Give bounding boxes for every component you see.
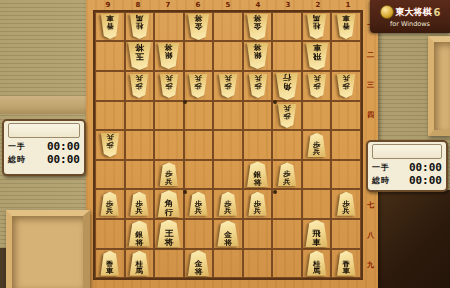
file-label-1: 1 — [333, 0, 363, 10]
piece-face: 歩兵 — [307, 74, 327, 98]
piece-kanji: 将 — [224, 238, 232, 245]
piece-kanji: 将 — [254, 45, 262, 52]
piece-kanji: 兵 — [106, 208, 114, 215]
piece-face: 金将 — [187, 14, 210, 40]
piece-face: 銀将 — [246, 43, 269, 69]
piece-knight-gote[interactable]: 桂馬 — [306, 14, 327, 39]
piece-face: 銀将 — [157, 43, 180, 69]
piece-kanji: 兵 — [165, 178, 173, 185]
piece-kanji: 銀 — [165, 53, 173, 60]
gote-total-time: 00:00 — [409, 174, 442, 187]
gote-clock-panel: 一手 00:00 総時 00:00 — [366, 140, 448, 192]
piece-pawn-sente[interactable]: 歩兵 — [277, 162, 297, 186]
piece-kanji: 兵 — [195, 208, 203, 215]
piece-face: 歩兵 — [277, 162, 297, 186]
piece-face: 歩兵 — [100, 133, 120, 157]
board-cell-1三[interactable]: 歩兵 — [331, 71, 361, 100]
piece-kanji: 兵 — [165, 75, 173, 82]
piece-face: 歩兵 — [336, 74, 356, 98]
sente-move-time-label: 一手 — [8, 141, 26, 152]
piece-face: 歩兵 — [336, 192, 356, 216]
hoshi-star-point — [273, 100, 277, 104]
piece-pawn-sente[interactable]: 歩兵 — [218, 192, 238, 216]
shogi-app-window: 987654321 香車桂馬金将金将桂馬香車玉将銀将銀将飛車歩兵歩兵歩兵歩兵歩兵… — [0, 0, 450, 288]
piece-bishop-gote[interactable]: 角行 — [275, 73, 299, 100]
piece-face: 金将 — [216, 221, 239, 247]
piece-pawn-gote[interactable]: 歩兵 — [159, 74, 179, 98]
board-cell-6五[interactable] — [184, 130, 214, 159]
piece-gold-gote[interactable]: 金将 — [187, 14, 210, 40]
piece-kanji: 兵 — [342, 208, 350, 215]
piece-kanji: 車 — [312, 238, 321, 246]
board-cell-3四[interactable]: 歩兵 — [272, 101, 302, 130]
piece-king-gote[interactable]: 玉将 — [127, 42, 152, 70]
board-cell-8七[interactable]: 歩兵 — [125, 189, 155, 218]
gote-name-field[interactable] — [372, 144, 442, 159]
piece-kanji: 車 — [106, 268, 114, 275]
piece-face: 飛車 — [305, 43, 329, 70]
piece-kanji: 兵 — [224, 75, 232, 82]
wood-beam — [0, 96, 90, 114]
piece-face: 桂馬 — [306, 14, 327, 39]
piece-kanji: 馬 — [313, 268, 321, 275]
piece-kanji: 玉 — [135, 53, 144, 61]
piece-kanji: 将 — [194, 268, 202, 275]
piece-kanji: 馬 — [313, 16, 321, 23]
board-cell-6二[interactable] — [184, 41, 214, 71]
piece-kanji: 兵 — [195, 75, 203, 82]
piece-lance-sente[interactable]: 香車 — [100, 251, 120, 276]
piece-kanji: 兵 — [313, 75, 321, 82]
piece-knight-sente[interactable]: 桂馬 — [129, 251, 150, 276]
board-cell-4一[interactable]: 金将 — [243, 12, 273, 41]
piece-face: 香車 — [100, 251, 120, 276]
piece-kanji: 桂 — [136, 23, 144, 30]
piece-kanji: 歩 — [195, 83, 203, 90]
board-cell-5五[interactable] — [213, 130, 243, 159]
board-cell-1五[interactable] — [331, 130, 361, 159]
piece-face: 銀将 — [128, 221, 151, 247]
piece-kanji: 兵 — [342, 75, 350, 82]
sente-move-time: 00:00 — [47, 140, 80, 153]
board-cell-7五[interactable] — [154, 130, 184, 159]
board-cell-8八[interactable]: 銀将 — [125, 219, 155, 249]
piece-kanji: 歩 — [165, 83, 173, 90]
piece-kanji: 馬 — [136, 268, 144, 275]
piece-face: 歩兵 — [188, 74, 208, 98]
piece-face: 歩兵 — [307, 133, 327, 157]
piece-kanji: 歩 — [106, 142, 114, 149]
piece-king-sente[interactable]: 王将 — [156, 220, 181, 248]
piece-kanji: 歩 — [224, 83, 232, 90]
file-label-5: 5 — [213, 0, 243, 10]
board-cell-8五[interactable] — [125, 130, 155, 159]
board-cell-6七[interactable]: 歩兵 — [184, 189, 214, 218]
sente-clock-panel: 一手 00:00 総時 00:00 — [2, 119, 86, 176]
file-label-4: 4 — [243, 0, 273, 10]
board-cell-3二[interactable] — [272, 41, 302, 71]
gote-piece-stand[interactable] — [428, 36, 450, 136]
rank-label-9: 九 — [364, 250, 377, 280]
piece-kanji: 将 — [135, 238, 143, 245]
file-label-3: 3 — [273, 0, 303, 10]
board-cell-4六[interactable]: 銀将 — [243, 160, 273, 189]
board-cell-5八[interactable]: 金将 — [213, 219, 243, 249]
piece-kanji: 金 — [254, 23, 262, 30]
piece-kanji: 兵 — [136, 208, 144, 215]
piece-face: 香車 — [100, 14, 120, 39]
board-cell-2九[interactable]: 桂馬 — [302, 249, 332, 278]
piece-kanji: 兵 — [313, 149, 321, 156]
sente-total-time-label: 総時 — [8, 154, 26, 165]
piece-pawn-gote[interactable]: 歩兵 — [100, 133, 120, 157]
board-cell-1二[interactable] — [331, 41, 361, 71]
piece-kanji: 角 — [165, 200, 174, 208]
piece-kanji: 将 — [254, 179, 262, 186]
piece-kanji: 将 — [194, 15, 202, 22]
file-label-7: 7 — [153, 0, 183, 10]
board-cell-2四[interactable] — [302, 101, 332, 130]
piece-kanji: 兵 — [224, 208, 232, 215]
board-cell-7九[interactable] — [154, 249, 184, 278]
board-cell-2三[interactable]: 歩兵 — [302, 71, 332, 100]
piece-pawn-gote[interactable]: 歩兵 — [248, 74, 268, 98]
piece-pawn-sente[interactable]: 歩兵 — [307, 133, 327, 157]
piece-face: 歩兵 — [129, 192, 149, 216]
board-cell-3三[interactable]: 角行 — [272, 71, 302, 100]
board-cell-4五[interactable] — [243, 130, 273, 159]
board-cell-2五[interactable]: 歩兵 — [302, 130, 332, 159]
rank-label-3: 三 — [364, 70, 377, 100]
file-label-2: 2 — [303, 0, 333, 10]
piece-face: 桂馬 — [129, 14, 150, 39]
piece-gold-sente[interactable]: 金将 — [216, 221, 239, 247]
board-cell-9八[interactable] — [95, 219, 125, 249]
piece-face: 香車 — [336, 14, 356, 39]
board-cell-4四[interactable] — [243, 101, 273, 130]
gote-total-time-label: 総時 — [372, 175, 390, 186]
board-cell-7七[interactable]: 角行 — [154, 189, 184, 218]
piece-pawn-sente[interactable]: 歩兵 — [336, 192, 356, 216]
board-cell-6一[interactable]: 金将 — [184, 12, 214, 41]
board-cell-8一[interactable]: 桂馬 — [125, 12, 155, 41]
piece-knight-sente[interactable]: 桂馬 — [306, 251, 327, 276]
piece-face: 香車 — [336, 251, 356, 276]
rank-label-7: 七 — [364, 190, 377, 220]
board-cell-5三[interactable]: 歩兵 — [213, 71, 243, 100]
file-label-9: 9 — [93, 0, 123, 10]
gote-move-time: 00:00 — [409, 161, 442, 174]
piece-kanji: 車 — [106, 16, 114, 23]
board-cell-4二[interactable]: 銀将 — [243, 41, 273, 71]
board-cell-9三[interactable] — [95, 71, 125, 100]
piece-face: 歩兵 — [218, 74, 238, 98]
board-cell-5七[interactable]: 歩兵 — [213, 189, 243, 218]
board-cell-3一[interactable] — [272, 12, 302, 41]
piece-kanji: 歩 — [283, 112, 291, 119]
piece-kanji: 馬 — [136, 16, 144, 23]
board-cell-4九[interactable] — [243, 249, 273, 278]
piece-face: 王将 — [156, 220, 181, 248]
board-cell-5二[interactable] — [213, 41, 243, 71]
piece-face: 金将 — [187, 250, 210, 276]
piece-kanji: 王 — [164, 229, 173, 237]
board-cell-9四[interactable] — [95, 101, 125, 130]
board-cell-3五[interactable] — [272, 130, 302, 159]
piece-face: 飛車 — [305, 220, 329, 247]
board-cell-2八[interactable]: 飛車 — [302, 219, 332, 249]
hoshi-star-point — [183, 100, 187, 104]
logo-emblem-icon — [380, 5, 394, 19]
board-cell-7三[interactable]: 歩兵 — [154, 71, 184, 100]
piece-kanji: 兵 — [283, 178, 291, 185]
board-cell-1九[interactable]: 香車 — [331, 249, 361, 278]
piece-kanji: 金 — [194, 23, 202, 30]
board-cell-1六[interactable] — [331, 160, 361, 189]
piece-face: 歩兵 — [188, 192, 208, 216]
sente-total-time: 00:00 — [47, 153, 80, 166]
piece-face: 歩兵 — [218, 192, 238, 216]
rank-label-8: 八 — [364, 220, 377, 250]
board-cell-7二[interactable]: 銀将 — [154, 41, 184, 71]
piece-kanji: 車 — [342, 16, 350, 23]
board-cell-9五[interactable]: 歩兵 — [95, 130, 125, 159]
board-cell-8六[interactable] — [125, 160, 155, 189]
board-cell-8三[interactable]: 歩兵 — [125, 71, 155, 100]
piece-pawn-sente[interactable]: 歩兵 — [100, 192, 120, 216]
piece-kanji: 行 — [165, 208, 174, 216]
board-cell-4七[interactable]: 歩兵 — [243, 189, 273, 218]
hoshi-star-point — [273, 190, 277, 194]
board-cell-7一[interactable] — [154, 12, 184, 41]
piece-face: 角行 — [275, 73, 299, 100]
piece-face: 角行 — [157, 190, 181, 217]
piece-kanji: 兵 — [254, 75, 262, 82]
board-cell-3六[interactable]: 歩兵 — [272, 160, 302, 189]
board-cell-8二[interactable]: 玉将 — [125, 41, 155, 71]
logo-title: 東大将棋 — [396, 6, 432, 19]
piece-kanji: 将 — [164, 238, 173, 246]
piece-pawn-sente[interactable]: 歩兵 — [248, 192, 268, 216]
piece-pawn-gote[interactable]: 歩兵 — [307, 74, 327, 98]
board-cell-3七[interactable] — [272, 189, 302, 218]
piece-kanji: 兵 — [283, 105, 291, 112]
piece-pawn-gote[interactable]: 歩兵 — [218, 74, 238, 98]
piece-face: 歩兵 — [129, 74, 149, 98]
piece-face: 桂馬 — [306, 251, 327, 276]
board-grid[interactable]: 香車桂馬金将金将桂馬香車玉将銀将銀将飛車歩兵歩兵歩兵歩兵歩兵角行歩兵歩兵歩兵歩兵… — [93, 10, 363, 280]
board-cell-2一[interactable]: 桂馬 — [302, 12, 332, 41]
board-cell-8四[interactable] — [125, 101, 155, 130]
board-cell-8九[interactable]: 桂馬 — [125, 249, 155, 278]
piece-kanji: 銀 — [254, 53, 262, 60]
rank-label-4: 四 — [364, 100, 377, 130]
gote-move-time-label: 一手 — [372, 162, 390, 173]
piece-pawn-sente[interactable]: 歩兵 — [129, 192, 149, 216]
piece-silver-sente[interactable]: 銀将 — [128, 221, 151, 247]
board-cell-1七[interactable]: 歩兵 — [331, 189, 361, 218]
piece-kanji: 兵 — [106, 134, 114, 141]
board-cell-2二[interactable]: 飛車 — [302, 41, 332, 71]
board-cell-9七[interactable]: 歩兵 — [95, 189, 125, 218]
piece-knight-gote[interactable]: 桂馬 — [129, 14, 150, 39]
piece-kanji: 行 — [283, 74, 292, 82]
piece-kanji: 銀 — [135, 230, 143, 237]
sente-name-field[interactable] — [8, 123, 80, 138]
board-cell-2六[interactable] — [302, 160, 332, 189]
piece-pawn-gote[interactable]: 歩兵 — [336, 74, 356, 98]
piece-kanji: 歩 — [342, 83, 350, 90]
piece-kanji: 歩 — [254, 83, 262, 90]
piece-pawn-sente[interactable]: 歩兵 — [159, 162, 179, 186]
logo-subtitle: for Windows — [390, 20, 430, 28]
piece-face: 銀将 — [246, 161, 269, 187]
piece-kanji: 香 — [342, 23, 350, 30]
board-cell-6四[interactable] — [184, 101, 214, 130]
piece-silver-gote[interactable]: 銀将 — [157, 43, 180, 69]
piece-kanji: 将 — [254, 15, 262, 22]
piece-face: 桂馬 — [129, 251, 150, 276]
app-logo: 東大将棋 6 for Windows — [370, 0, 450, 33]
piece-lance-gote[interactable]: 香車 — [100, 14, 120, 39]
piece-kanji: 兵 — [254, 208, 262, 215]
piece-silver-gote[interactable]: 銀将 — [246, 43, 269, 69]
piece-silver-sente[interactable]: 銀将 — [246, 161, 269, 187]
logo-edition: 6 — [434, 7, 441, 18]
piece-face: 歩兵 — [248, 192, 268, 216]
piece-face: 歩兵 — [100, 192, 120, 216]
piece-gold-sente[interactable]: 金将 — [187, 250, 210, 276]
board-cell-9九[interactable]: 香車 — [95, 249, 125, 278]
rank-label-2: 二 — [364, 40, 377, 70]
piece-kanji: 飛 — [312, 229, 321, 237]
piece-pawn-gote[interactable]: 歩兵 — [188, 74, 208, 98]
hoshi-star-point — [183, 190, 187, 194]
board-cell-2七[interactable] — [302, 189, 332, 218]
board-cell-1一[interactable]: 香車 — [331, 12, 361, 41]
board-cell-9六[interactable] — [95, 160, 125, 189]
piece-face: 金将 — [246, 14, 269, 40]
piece-kanji: 将 — [135, 44, 144, 52]
shogi-board: 987654321 香車桂馬金将金将桂馬香車玉将銀将銀将飛車歩兵歩兵歩兵歩兵歩兵… — [86, 0, 378, 288]
board-cell-3八[interactable] — [272, 219, 302, 249]
piece-kanji: 飛 — [312, 53, 321, 61]
table-edge-right — [366, 190, 450, 288]
piece-kanji: 将 — [165, 45, 173, 52]
piece-gold-gote[interactable]: 金将 — [246, 14, 269, 40]
piece-kanji: 歩 — [313, 83, 321, 90]
piece-face: 歩兵 — [248, 74, 268, 98]
piece-rook-sente[interactable]: 飛車 — [305, 220, 329, 247]
piece-face: 歩兵 — [277, 104, 297, 128]
file-label-8: 8 — [123, 0, 153, 10]
piece-rook-gote[interactable]: 飛車 — [305, 43, 329, 70]
board-cell-5四[interactable] — [213, 101, 243, 130]
piece-kanji: 車 — [342, 268, 350, 275]
piece-pawn-gote[interactable]: 歩兵 — [277, 104, 297, 128]
piece-face: 歩兵 — [159, 74, 179, 98]
board-cell-5九[interactable] — [213, 249, 243, 278]
board-cell-7八[interactable]: 王将 — [154, 219, 184, 249]
piece-bishop-sente[interactable]: 角行 — [157, 190, 181, 217]
piece-kanji: 歩 — [136, 83, 144, 90]
board-cell-9二[interactable] — [95, 41, 125, 71]
board-cell-9一[interactable]: 香車 — [95, 12, 125, 41]
piece-kanji: 角 — [283, 82, 292, 90]
board-cell-6九[interactable]: 金将 — [184, 249, 214, 278]
board-cell-6六[interactable] — [184, 160, 214, 189]
board-cell-6八[interactable] — [184, 219, 214, 249]
piece-lance-gote[interactable]: 香車 — [336, 14, 356, 39]
piece-kanji: 桂 — [313, 23, 321, 30]
piece-kanji: 金 — [224, 230, 232, 237]
piece-lance-sente[interactable]: 香車 — [336, 251, 356, 276]
board-cell-5六[interactable] — [213, 160, 243, 189]
file-label-6: 6 — [183, 0, 213, 10]
board-cell-7四[interactable] — [154, 101, 184, 130]
board-cell-4三[interactable]: 歩兵 — [243, 71, 273, 100]
board-cell-4八[interactable] — [243, 219, 273, 249]
sente-piece-stand[interactable] — [6, 210, 90, 288]
board-cell-5一[interactable] — [213, 12, 243, 41]
file-labels: 987654321 — [93, 0, 363, 10]
piece-kanji: 香 — [106, 23, 114, 30]
piece-kanji: 兵 — [136, 75, 144, 82]
piece-face: 歩兵 — [159, 162, 179, 186]
piece-pawn-sente[interactable]: 歩兵 — [188, 192, 208, 216]
board-cell-1四[interactable] — [331, 101, 361, 130]
board-cell-3九[interactable] — [272, 249, 302, 278]
piece-kanji: 車 — [312, 44, 321, 52]
piece-pawn-gote[interactable]: 歩兵 — [129, 74, 149, 98]
board-cell-7六[interactable]: 歩兵 — [154, 160, 184, 189]
board-cell-1八[interactable] — [331, 219, 361, 249]
board-cell-6三[interactable]: 歩兵 — [184, 71, 214, 100]
piece-face: 玉将 — [127, 42, 152, 70]
